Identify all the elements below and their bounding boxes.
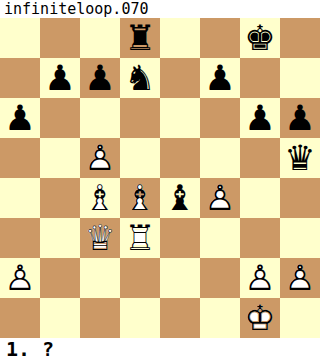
square-e2[interactable] [160,258,200,298]
square-b7[interactable]: ♟ [40,58,80,98]
square-h8[interactable] [280,18,320,58]
piece-black-pawn[interactable]: ♟ [280,98,320,138]
white-rook-outline-layer: ♖ [120,218,160,258]
square-b1[interactable] [40,298,80,338]
square-c1[interactable] [80,298,120,338]
white-king-outline-layer: ♔ [240,298,280,338]
square-e4[interactable]: ♝ [160,178,200,218]
square-d4[interactable]: ♝♗ [120,178,160,218]
square-c3[interactable]: ♛♕ [80,218,120,258]
square-a2[interactable]: ♟♙ [0,258,40,298]
square-d5[interactable] [120,138,160,178]
square-a6[interactable]: ♟ [0,98,40,138]
square-h1[interactable] [280,298,320,338]
white-pawn-outline-layer: ♙ [240,258,280,298]
white-bishop-outline-layer: ♗ [80,178,120,218]
square-a4[interactable] [0,178,40,218]
square-c5[interactable]: ♟♙ [80,138,120,178]
piece-black-king[interactable]: ♚ [240,18,280,58]
square-g8[interactable]: ♚ [240,18,280,58]
square-g2[interactable]: ♟♙ [240,258,280,298]
square-g5[interactable] [240,138,280,178]
square-d1[interactable] [120,298,160,338]
chess-board: ♜♚♟♟♞♟♟♟♟♟♙♛♝♗♝♗♝♟♙♛♕♜♖♟♙♟♙♟♙♚♔ [0,18,320,338]
square-d3[interactable]: ♜♖ [120,218,160,258]
square-d8[interactable]: ♜ [120,18,160,58]
square-g7[interactable] [240,58,280,98]
square-c7[interactable]: ♟ [80,58,120,98]
square-f1[interactable] [200,298,240,338]
piece-black-pawn[interactable]: ♟ [80,58,120,98]
piece-white-pawn[interactable]: ♟♙ [280,258,320,298]
square-a8[interactable] [0,18,40,58]
square-c8[interactable] [80,18,120,58]
square-g3[interactable] [240,218,280,258]
move-prompt: 1. ? [0,338,320,360]
square-b3[interactable] [40,218,80,258]
white-pawn-outline-layer: ♙ [280,258,320,298]
square-a7[interactable] [0,58,40,98]
piece-white-bishop[interactable]: ♝♗ [80,178,120,218]
square-g1[interactable]: ♚♔ [240,298,280,338]
square-h3[interactable] [280,218,320,258]
chess-diagram: infiniteloop.070 ♜♚♟♟♞♟♟♟♟♟♙♛♝♗♝♗♝♟♙♛♕♜♖… [0,0,320,360]
piece-black-pawn[interactable]: ♟ [240,98,280,138]
piece-black-knight[interactable]: ♞ [120,58,160,98]
square-g6[interactable]: ♟ [240,98,280,138]
square-b5[interactable] [40,138,80,178]
piece-white-pawn[interactable]: ♟♙ [240,258,280,298]
square-h7[interactable] [280,58,320,98]
square-f5[interactable] [200,138,240,178]
square-h4[interactable] [280,178,320,218]
white-pawn-outline-layer: ♙ [80,138,120,178]
square-g4[interactable] [240,178,280,218]
square-e1[interactable] [160,298,200,338]
piece-white-rook[interactable]: ♜♖ [120,218,160,258]
square-h2[interactable]: ♟♙ [280,258,320,298]
square-f2[interactable] [200,258,240,298]
piece-black-pawn[interactable]: ♟ [200,58,240,98]
square-f6[interactable] [200,98,240,138]
piece-white-pawn[interactable]: ♟♙ [200,178,240,218]
square-e3[interactable] [160,218,200,258]
square-b4[interactable] [40,178,80,218]
piece-white-pawn[interactable]: ♟♙ [80,138,120,178]
square-c2[interactable] [80,258,120,298]
piece-black-rook[interactable]: ♜ [120,18,160,58]
piece-white-bishop[interactable]: ♝♗ [120,178,160,218]
square-f8[interactable] [200,18,240,58]
piece-black-pawn[interactable]: ♟ [0,98,40,138]
square-d7[interactable]: ♞ [120,58,160,98]
square-b8[interactable] [40,18,80,58]
square-e5[interactable] [160,138,200,178]
square-e7[interactable] [160,58,200,98]
square-e8[interactable] [160,18,200,58]
square-a5[interactable] [0,138,40,178]
piece-black-bishop[interactable]: ♝ [160,178,200,218]
diagram-title: infiniteloop.070 [0,0,320,18]
square-c6[interactable] [80,98,120,138]
square-h5[interactable]: ♛ [280,138,320,178]
square-d2[interactable] [120,258,160,298]
square-a3[interactable] [0,218,40,258]
square-f7[interactable]: ♟ [200,58,240,98]
piece-white-king[interactable]: ♚♔ [240,298,280,338]
square-f4[interactable]: ♟♙ [200,178,240,218]
square-h6[interactable]: ♟ [280,98,320,138]
piece-white-queen[interactable]: ♛♕ [80,218,120,258]
square-e6[interactable] [160,98,200,138]
square-f3[interactable] [200,218,240,258]
square-d6[interactable] [120,98,160,138]
square-c4[interactable]: ♝♗ [80,178,120,218]
white-bishop-outline-layer: ♗ [120,178,160,218]
white-pawn-outline-layer: ♙ [200,178,240,218]
piece-black-pawn[interactable]: ♟ [40,58,80,98]
piece-white-pawn[interactable]: ♟♙ [0,258,40,298]
piece-black-queen[interactable]: ♛ [280,138,320,178]
square-a1[interactable] [0,298,40,338]
square-b6[interactable] [40,98,80,138]
white-queen-outline-layer: ♕ [80,218,120,258]
white-pawn-outline-layer: ♙ [0,258,40,298]
square-b2[interactable] [40,258,80,298]
